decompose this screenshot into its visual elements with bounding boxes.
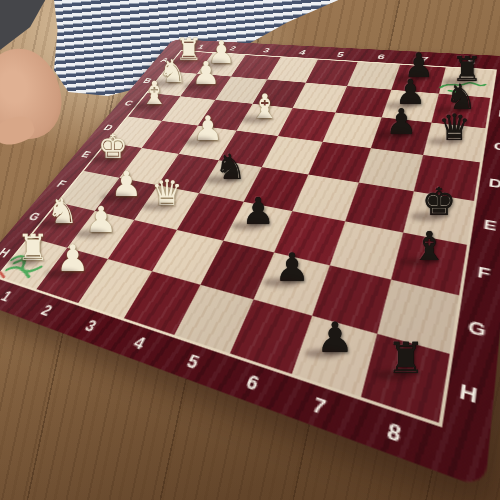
piece-black-pawn-c7[interactable]: ♟ [386,104,418,139]
piece-white-pawn-f2[interactable]: ♟ [111,167,142,202]
piece-white-pawn-g2[interactable]: ♟ [85,202,117,238]
piece-black-queen-c8[interactable]: ♛ [438,110,470,146]
label-rank-top-6: 6 [358,49,405,65]
piece-white-rook-h1[interactable]: ♜ [17,230,49,266]
piece-white-pawn-b2[interactable]: ♟ [192,58,220,90]
piece-white-pawn-d3[interactable]: ♟ [193,112,223,146]
piece-black-pawn-g6[interactable]: ♟ [275,248,310,287]
piece-black-knight-e4[interactable]: ♞ [215,149,247,184]
piece-white-bishop-c1[interactable]: ♝ [140,78,169,110]
piece-white-king-e1[interactable]: ♚ [98,130,128,163]
scene: 1122334455667788AABBCCDDEEFFGGHH ♜♟♟♜♞♟♟… [0,0,500,500]
piece-black-bishop-f8[interactable]: ♝ [412,227,448,267]
piece-black-pawn-f5[interactable]: ♟ [242,193,275,230]
label-file-right-D: D [474,162,500,207]
piece-white-queen-f3[interactable]: ♛ [151,175,183,211]
piece-black-rook-h8[interactable]: ♜ [387,337,426,380]
label-rank-top-5: 5 [318,47,364,62]
piece-white-pawn-h2[interactable]: ♟ [56,241,89,278]
piece-white-knight-g1[interactable]: ♞ [47,193,79,228]
piece-white-bishop-c4[interactable]: ♝ [250,90,280,124]
piece-black-king-e8[interactable]: ♚ [422,183,457,222]
label-file-right-H: H [439,354,497,440]
piece-black-pawn-h7[interactable]: ♟ [316,317,353,359]
